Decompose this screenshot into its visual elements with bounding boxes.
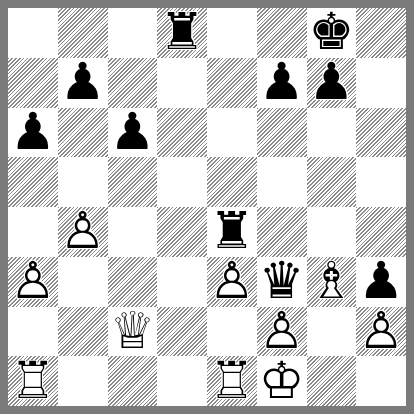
white-piece-outline-layer: ♙	[8, 257, 58, 307]
square-h7[interactable]	[356, 58, 406, 108]
square-h4[interactable]	[356, 207, 406, 257]
square-d4[interactable]	[157, 207, 207, 257]
black-piece-layer: ♟	[307, 58, 357, 108]
square-f2[interactable]: ♟♙	[257, 307, 307, 357]
black-piece-layer: ♚	[307, 8, 357, 58]
piece-white-rook-e1[interactable]: ♜♖	[207, 356, 257, 406]
square-h5[interactable]	[356, 157, 406, 207]
square-g3[interactable]: ♝♗	[307, 257, 357, 307]
piece-black-pawn-a6[interactable]: ♟	[8, 108, 58, 158]
square-g8[interactable]: ♚	[307, 8, 357, 58]
square-d2[interactable]	[157, 307, 207, 357]
square-b1[interactable]	[58, 356, 108, 406]
black-piece-layer: ♜	[207, 207, 257, 257]
white-piece-outline-layer: ♙	[207, 257, 257, 307]
square-c6[interactable]: ♟	[108, 108, 158, 158]
black-piece-layer: ♟	[108, 108, 158, 158]
square-b8[interactable]	[58, 8, 108, 58]
square-f3[interactable]: ♛	[257, 257, 307, 307]
square-e3[interactable]: ♟♙	[207, 257, 257, 307]
black-piece-layer: ♟	[58, 58, 108, 108]
square-h6[interactable]	[356, 108, 406, 158]
black-piece-layer: ♛	[257, 257, 307, 307]
white-piece-outline-layer: ♖	[207, 356, 257, 406]
square-d6[interactable]	[157, 108, 207, 158]
square-b7[interactable]: ♟	[58, 58, 108, 108]
square-g1[interactable]	[307, 356, 357, 406]
square-d7[interactable]	[157, 58, 207, 108]
piece-black-rook-e4[interactable]: ♜	[207, 207, 257, 257]
square-d3[interactable]	[157, 257, 207, 307]
square-e2[interactable]	[207, 307, 257, 357]
white-piece-outline-layer: ♔	[257, 356, 307, 406]
piece-white-bishop-g3[interactable]: ♝♗	[307, 257, 357, 307]
piece-white-pawn-h2[interactable]: ♟♙	[356, 307, 406, 357]
square-e1[interactable]: ♜♖	[207, 356, 257, 406]
piece-white-rook-a1[interactable]: ♜♖	[8, 356, 58, 406]
piece-white-pawn-f2[interactable]: ♟♙	[257, 307, 307, 357]
square-h3[interactable]: ♟	[356, 257, 406, 307]
square-a7[interactable]	[8, 58, 58, 108]
piece-black-pawn-c6[interactable]: ♟	[108, 108, 158, 158]
square-h1[interactable]	[356, 356, 406, 406]
square-c8[interactable]	[108, 8, 158, 58]
square-h2[interactable]: ♟♙	[356, 307, 406, 357]
square-c2[interactable]: ♛♕	[108, 307, 158, 357]
square-e8[interactable]	[207, 8, 257, 58]
piece-white-pawn-a3[interactable]: ♟♙	[8, 257, 58, 307]
square-b3[interactable]	[58, 257, 108, 307]
square-h8[interactable]	[356, 8, 406, 58]
square-b5[interactable]	[58, 157, 108, 207]
square-a1[interactable]: ♜♖	[8, 356, 58, 406]
square-b2[interactable]	[58, 307, 108, 357]
white-piece-outline-layer: ♗	[307, 257, 357, 307]
square-c4[interactable]	[108, 207, 158, 257]
piece-black-pawn-b7[interactable]: ♟	[58, 58, 108, 108]
square-a4[interactable]	[8, 207, 58, 257]
black-piece-layer: ♟	[356, 257, 406, 307]
piece-black-queen-f3[interactable]: ♛	[257, 257, 307, 307]
square-a5[interactable]	[8, 157, 58, 207]
square-f4[interactable]	[257, 207, 307, 257]
piece-white-pawn-b4[interactable]: ♟♙	[58, 207, 108, 257]
white-piece-outline-layer: ♙	[257, 307, 307, 357]
piece-white-king-f1[interactable]: ♚♔	[257, 356, 307, 406]
square-c7[interactable]	[108, 58, 158, 108]
piece-black-king-g8[interactable]: ♚	[307, 8, 357, 58]
square-g4[interactable]	[307, 207, 357, 257]
square-f5[interactable]	[257, 157, 307, 207]
black-piece-layer: ♜	[157, 8, 207, 58]
square-f6[interactable]	[257, 108, 307, 158]
square-e5[interactable]	[207, 157, 257, 207]
piece-white-pawn-e3[interactable]: ♟♙	[207, 257, 257, 307]
square-g2[interactable]	[307, 307, 357, 357]
square-c5[interactable]	[108, 157, 158, 207]
square-c3[interactable]	[108, 257, 158, 307]
piece-black-pawn-g7[interactable]: ♟	[307, 58, 357, 108]
square-e7[interactable]	[207, 58, 257, 108]
chess-board-frame: ♜♚♟♟♟♟♟♟♙♜♟♙♟♙♛♝♗♟♛♕♟♙♟♙♜♖♜♖♚♔	[0, 0, 414, 414]
white-piece-outline-layer: ♖	[8, 356, 58, 406]
white-piece-outline-layer: ♕	[108, 307, 158, 357]
square-f7[interactable]: ♟	[257, 58, 307, 108]
square-a3[interactable]: ♟♙	[8, 257, 58, 307]
black-piece-layer: ♟	[257, 58, 307, 108]
square-b6[interactable]	[58, 108, 108, 158]
square-c1[interactable]	[108, 356, 158, 406]
piece-white-queen-c2[interactable]: ♛♕	[108, 307, 158, 357]
black-piece-layer: ♟	[8, 108, 58, 158]
square-e6[interactable]	[207, 108, 257, 158]
white-piece-outline-layer: ♙	[58, 207, 108, 257]
chess-board: ♜♚♟♟♟♟♟♟♙♜♟♙♟♙♛♝♗♟♛♕♟♙♟♙♜♖♜♖♚♔	[8, 8, 406, 406]
piece-black-pawn-f7[interactable]: ♟	[257, 58, 307, 108]
square-b4[interactable]: ♟♙	[58, 207, 108, 257]
square-f8[interactable]	[257, 8, 307, 58]
square-f1[interactable]: ♚♔	[257, 356, 307, 406]
square-d5[interactable]	[157, 157, 207, 207]
square-a8[interactable]	[8, 8, 58, 58]
square-a6[interactable]: ♟	[8, 108, 58, 158]
square-e4[interactable]: ♜	[207, 207, 257, 257]
square-g7[interactable]: ♟	[307, 58, 357, 108]
piece-black-rook-d8[interactable]: ♜	[157, 8, 207, 58]
piece-black-pawn-h3[interactable]: ♟	[356, 257, 406, 307]
square-g6[interactable]	[307, 108, 357, 158]
square-g5[interactable]	[307, 157, 357, 207]
square-d1[interactable]	[157, 356, 207, 406]
white-piece-outline-layer: ♙	[356, 307, 406, 357]
square-d8[interactable]: ♜	[157, 8, 207, 58]
square-a2[interactable]	[8, 307, 58, 357]
